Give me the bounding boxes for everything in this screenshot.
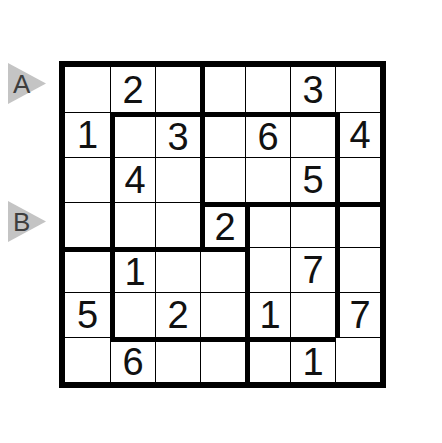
- cell-r3c3[interactable]: [155, 157, 200, 202]
- answer-marker-b-label: B: [13, 206, 30, 237]
- cell-r7c5[interactable]: [245, 337, 290, 382]
- cell-r7c7[interactable]: [335, 337, 380, 382]
- cell-r1c5[interactable]: [245, 67, 290, 112]
- cell-r5c4[interactable]: [200, 247, 245, 292]
- cell-r4c5[interactable]: [245, 202, 290, 247]
- cell-r7c4[interactable]: [200, 337, 245, 382]
- puzzle-canvas: A B 23136445217521761: [0, 0, 442, 443]
- cell-r5c7[interactable]: [335, 247, 380, 292]
- cell-r3c2[interactable]: 4: [110, 157, 155, 202]
- cell-r3c6[interactable]: 5: [290, 157, 335, 202]
- cell-r3c7[interactable]: [335, 157, 380, 202]
- cell-r7c3[interactable]: [155, 337, 200, 382]
- cell-r3c5[interactable]: [245, 157, 290, 202]
- cell-r3c4[interactable]: [200, 157, 245, 202]
- answer-marker-a-label: A: [13, 68, 30, 99]
- cell-r6c4[interactable]: [200, 292, 245, 337]
- cell-r5c3[interactable]: [155, 247, 200, 292]
- cell-r2c2[interactable]: [110, 112, 155, 157]
- answer-marker-a: A: [8, 63, 46, 104]
- cell-r6c2[interactable]: [110, 292, 155, 337]
- cell-r3c1[interactable]: [65, 157, 110, 202]
- cell-r1c7[interactable]: [335, 67, 380, 112]
- cell-r4c1[interactable]: [65, 202, 110, 247]
- cell-r5c6[interactable]: 7: [290, 247, 335, 292]
- cell-r2c4[interactable]: [200, 112, 245, 157]
- cell-r5c1[interactable]: [65, 247, 110, 292]
- cell-r5c2[interactable]: 1: [110, 247, 155, 292]
- cell-r6c6[interactable]: [290, 292, 335, 337]
- cell-r1c6[interactable]: 3: [290, 67, 335, 112]
- cell-r1c4[interactable]: [200, 67, 245, 112]
- cell-r7c6[interactable]: 1: [290, 337, 335, 382]
- cell-r1c3[interactable]: [155, 67, 200, 112]
- cell-r4c4[interactable]: 2: [200, 202, 245, 247]
- cell-r5c5[interactable]: [245, 247, 290, 292]
- cell-r2c7[interactable]: 4: [335, 112, 380, 157]
- cell-r2c6[interactable]: [290, 112, 335, 157]
- cell-r4c3[interactable]: [155, 202, 200, 247]
- cell-r7c1[interactable]: [65, 337, 110, 382]
- cell-r6c1[interactable]: 5: [65, 292, 110, 337]
- cell-r4c6[interactable]: [290, 202, 335, 247]
- cell-r6c3[interactable]: 2: [155, 292, 200, 337]
- cell-r2c3[interactable]: 3: [155, 112, 200, 157]
- answer-marker-b: B: [8, 201, 46, 242]
- cell-r2c5[interactable]: 6: [245, 112, 290, 157]
- cell-r1c2[interactable]: 2: [110, 67, 155, 112]
- cell-r6c7[interactable]: 7: [335, 292, 380, 337]
- cell-r4c7[interactable]: [335, 202, 380, 247]
- cell-r6c5[interactable]: 1: [245, 292, 290, 337]
- cell-r4c2[interactable]: [110, 202, 155, 247]
- cell-r2c1[interactable]: 1: [65, 112, 110, 157]
- puzzle-board: 23136445217521761: [59, 61, 386, 388]
- cell-r1c1[interactable]: [65, 67, 110, 112]
- cell-r7c2[interactable]: 6: [110, 337, 155, 382]
